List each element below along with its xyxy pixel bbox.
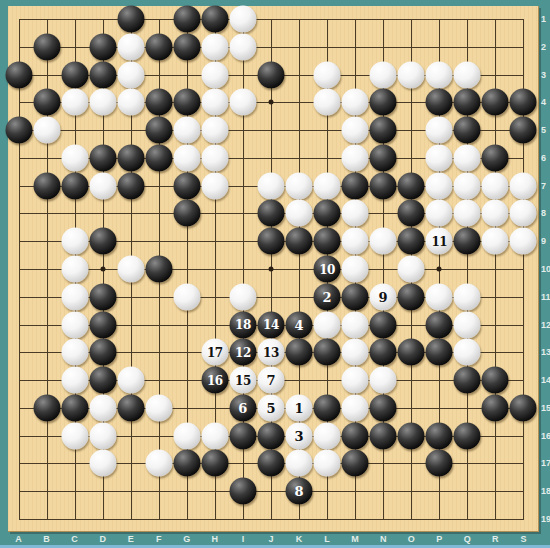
column-label-n: N [380, 534, 387, 544]
column-label-c: C [71, 534, 78, 544]
row-label-14: 14 [541, 375, 550, 385]
white-stone [61, 367, 88, 394]
row-label-13: 13 [541, 347, 550, 357]
white-stone [61, 228, 88, 255]
column-label-h: H [212, 534, 219, 544]
white-stone [117, 33, 144, 60]
white-stone [61, 283, 88, 310]
white-stone: 13 [257, 339, 284, 366]
black-stone [229, 478, 256, 505]
row-label-2: 2 [541, 42, 546, 52]
black-stone [286, 339, 313, 366]
move-number-label: 1 [294, 401, 303, 414]
white-stone [201, 422, 228, 449]
black-stone [370, 394, 397, 421]
move-number-label: 7 [266, 374, 275, 387]
black-stone [33, 172, 60, 199]
black-stone [145, 117, 172, 144]
column-label-k: K [296, 534, 303, 544]
move-number-label: 6 [238, 401, 247, 414]
black-stone [145, 256, 172, 283]
star-point [100, 267, 105, 272]
black-stone [201, 450, 228, 477]
white-stone [173, 117, 200, 144]
white-stone [286, 172, 313, 199]
row-label-18: 18 [541, 486, 550, 496]
white-stone [426, 117, 453, 144]
black-stone [510, 117, 537, 144]
white-stone [61, 311, 88, 338]
row-label-3: 3 [541, 70, 546, 80]
black-stone [314, 394, 341, 421]
black-stone [173, 172, 200, 199]
white-stone [61, 256, 88, 283]
black-stone [229, 422, 256, 449]
black-stone [454, 117, 481, 144]
black-stone [173, 89, 200, 116]
row-label-16: 16 [541, 431, 550, 441]
row-label-17: 17 [541, 458, 550, 468]
black-stone [173, 200, 200, 227]
white-stone [314, 61, 341, 88]
white-stone [117, 256, 144, 283]
black-stone: 14 [257, 311, 284, 338]
white-stone [201, 89, 228, 116]
black-stone [257, 422, 284, 449]
white-stone [286, 450, 313, 477]
black-stone: 16 [201, 367, 228, 394]
white-stone [229, 33, 256, 60]
row-label-6: 6 [541, 153, 546, 163]
white-stone [145, 394, 172, 421]
black-stone: 2 [314, 283, 341, 310]
move-number-label: 5 [266, 401, 275, 414]
white-stone [370, 228, 397, 255]
row-label-4: 4 [541, 97, 546, 107]
black-stone [117, 172, 144, 199]
white-stone [454, 144, 481, 171]
black-stone [201, 6, 228, 33]
white-stone [342, 311, 369, 338]
move-number-label: 18 [235, 319, 251, 331]
column-label-f: F [156, 534, 162, 544]
white-stone [117, 89, 144, 116]
white-stone [342, 256, 369, 283]
row-label-11: 11 [541, 292, 550, 302]
black-stone [5, 117, 32, 144]
white-stone [426, 283, 453, 310]
white-stone [201, 33, 228, 60]
row-label-5: 5 [541, 125, 546, 135]
white-stone [454, 200, 481, 227]
row-label-19: 19 [541, 514, 550, 524]
star-point [437, 267, 442, 272]
white-stone [510, 172, 537, 199]
black-stone [454, 367, 481, 394]
white-stone [229, 283, 256, 310]
white-stone [426, 200, 453, 227]
white-stone [201, 172, 228, 199]
row-label-12: 12 [541, 320, 550, 330]
black-stone [117, 144, 144, 171]
move-number-label: 9 [379, 290, 388, 303]
white-stone [33, 117, 60, 144]
white-stone: 9 [370, 283, 397, 310]
white-stone [229, 89, 256, 116]
white-stone [61, 144, 88, 171]
black-stone [117, 6, 144, 33]
black-stone [5, 61, 32, 88]
white-stone [89, 422, 116, 449]
row-label-9: 9 [541, 236, 546, 246]
black-stone [370, 311, 397, 338]
black-stone [370, 422, 397, 449]
black-stone: 18 [229, 311, 256, 338]
black-stone: 8 [286, 478, 313, 505]
white-stone [314, 311, 341, 338]
black-stone [89, 367, 116, 394]
move-number-label: 17 [207, 346, 223, 358]
white-stone [342, 367, 369, 394]
white-stone [201, 61, 228, 88]
black-stone [257, 228, 284, 255]
move-number-label: 10 [319, 263, 335, 275]
black-stone [117, 394, 144, 421]
white-stone [61, 89, 88, 116]
move-number-label: 2 [323, 290, 332, 303]
white-stone [398, 61, 425, 88]
black-stone [370, 172, 397, 199]
white-stone [342, 339, 369, 366]
black-stone [482, 394, 509, 421]
white-stone [454, 339, 481, 366]
black-stone [173, 450, 200, 477]
black-stone [33, 33, 60, 60]
white-stone [61, 422, 88, 449]
white-stone [173, 283, 200, 310]
black-stone [33, 394, 60, 421]
black-stone [370, 144, 397, 171]
white-stone [89, 172, 116, 199]
black-stone [482, 367, 509, 394]
black-stone [145, 33, 172, 60]
black-stone [145, 89, 172, 116]
move-number-label: 14 [263, 319, 279, 331]
white-stone [342, 89, 369, 116]
black-stone [370, 117, 397, 144]
black-stone [426, 311, 453, 338]
white-stone [286, 200, 313, 227]
white-stone [426, 144, 453, 171]
white-stone [342, 228, 369, 255]
white-stone [426, 172, 453, 199]
white-stone [482, 200, 509, 227]
black-stone [454, 228, 481, 255]
white-stone [89, 450, 116, 477]
column-label-a: A [15, 534, 22, 544]
white-stone [201, 144, 228, 171]
black-stone [370, 89, 397, 116]
white-stone: 7 [257, 367, 284, 394]
move-number-label: 13 [263, 346, 279, 358]
white-stone: 3 [286, 422, 313, 449]
white-stone [89, 394, 116, 421]
black-stone: 12 [229, 339, 256, 366]
move-number-label: 11 [431, 235, 447, 247]
column-label-e: E [128, 534, 134, 544]
black-stone [89, 283, 116, 310]
row-label-10: 10 [541, 264, 550, 274]
black-stone [257, 61, 284, 88]
column-label-m: M [351, 534, 359, 544]
white-stone [398, 256, 425, 283]
black-stone [286, 228, 313, 255]
column-label-j: J [268, 534, 273, 544]
white-stone [173, 422, 200, 449]
white-stone: 1 [286, 394, 313, 421]
white-stone [173, 144, 200, 171]
white-stone [510, 228, 537, 255]
white-stone [454, 172, 481, 199]
white-stone [426, 61, 453, 88]
black-stone [257, 450, 284, 477]
black-stone [398, 422, 425, 449]
column-label-o: O [408, 534, 415, 544]
black-stone [173, 33, 200, 60]
black-stone [482, 89, 509, 116]
black-stone [398, 228, 425, 255]
row-label-7: 7 [541, 181, 546, 191]
white-stone [201, 117, 228, 144]
column-label-q: Q [464, 534, 471, 544]
black-stone [426, 339, 453, 366]
column-label-s: S [520, 534, 526, 544]
black-stone [342, 172, 369, 199]
black-stone [314, 200, 341, 227]
white-stone [117, 61, 144, 88]
star-point [268, 267, 273, 272]
black-stone [426, 89, 453, 116]
move-number-label: 3 [294, 429, 303, 442]
black-stone [257, 200, 284, 227]
row-label-8: 8 [541, 208, 546, 218]
white-stone [314, 422, 341, 449]
star-point [268, 100, 273, 105]
black-stone: 4 [286, 311, 313, 338]
move-number-label: 15 [235, 374, 251, 386]
row-label-1: 1 [541, 14, 546, 24]
black-stone [398, 283, 425, 310]
black-stone [398, 200, 425, 227]
white-stone [482, 172, 509, 199]
black-stone [454, 89, 481, 116]
white-stone [61, 339, 88, 366]
black-stone [89, 339, 116, 366]
black-stone [510, 394, 537, 421]
white-stone [145, 450, 172, 477]
grid-line-horizontal [19, 491, 525, 492]
black-stone [314, 339, 341, 366]
move-number-label: 8 [294, 485, 303, 498]
white-stone [314, 89, 341, 116]
white-stone: 5 [257, 394, 284, 421]
black-stone [426, 422, 453, 449]
white-stone: 17 [201, 339, 228, 366]
column-label-p: P [436, 534, 442, 544]
white-stone [257, 172, 284, 199]
white-stone [342, 200, 369, 227]
white-stone [482, 228, 509, 255]
move-number-label: 12 [235, 346, 251, 358]
white-stone: 11 [426, 228, 453, 255]
white-stone [342, 117, 369, 144]
white-stone [454, 61, 481, 88]
white-stone [370, 61, 397, 88]
black-stone [482, 144, 509, 171]
black-stone [342, 422, 369, 449]
black-stone [173, 6, 200, 33]
grid-line-horizontal [19, 519, 525, 520]
black-stone [342, 283, 369, 310]
row-label-15: 15 [541, 403, 550, 413]
black-stone [89, 311, 116, 338]
column-label-d: D [99, 534, 106, 544]
black-stone [89, 61, 116, 88]
white-stone [229, 6, 256, 33]
black-stone [454, 422, 481, 449]
black-stone [33, 89, 60, 116]
column-label-l: L [324, 534, 330, 544]
black-stone [61, 61, 88, 88]
black-stone [510, 89, 537, 116]
column-label-g: G [183, 534, 190, 544]
black-stone [398, 172, 425, 199]
move-number-label: 4 [294, 318, 303, 331]
white-stone [314, 450, 341, 477]
black-stone [398, 339, 425, 366]
black-stone: 10 [314, 256, 341, 283]
black-stone [145, 144, 172, 171]
white-stone: 15 [229, 367, 256, 394]
black-stone [342, 450, 369, 477]
move-number-label: 16 [207, 374, 223, 386]
black-stone [370, 339, 397, 366]
black-stone [426, 450, 453, 477]
white-stone [89, 89, 116, 116]
white-stone [510, 200, 537, 227]
black-stone [89, 33, 116, 60]
white-stone [454, 283, 481, 310]
black-stone: 6 [229, 394, 256, 421]
go-app-window: 111029181441712131615765138 ABCDEFGHIJKL… [0, 0, 550, 548]
black-stone [314, 228, 341, 255]
black-stone [61, 172, 88, 199]
black-stone [61, 394, 88, 421]
black-stone [89, 228, 116, 255]
white-stone [342, 394, 369, 421]
white-stone [370, 367, 397, 394]
white-stone [342, 144, 369, 171]
column-label-r: R [492, 534, 499, 544]
black-stone [89, 144, 116, 171]
white-stone [314, 172, 341, 199]
column-label-b: B [43, 534, 50, 544]
column-label-i: I [242, 534, 245, 544]
white-stone [117, 367, 144, 394]
white-stone [454, 311, 481, 338]
